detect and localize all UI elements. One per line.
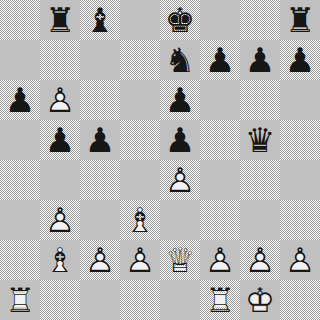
piece-white-pawn[interactable]: ♟♙ bbox=[40, 80, 80, 120]
black-pawn-icon: ♟ bbox=[200, 40, 240, 80]
white-pawn-icon: ♙ bbox=[80, 240, 120, 280]
square-d3[interactable]: ♝♗ bbox=[120, 200, 160, 240]
square-c7[interactable] bbox=[80, 40, 120, 80]
black-rook-icon: ♜ bbox=[280, 0, 320, 40]
square-f8[interactable] bbox=[200, 0, 240, 40]
square-d1[interactable] bbox=[120, 280, 160, 320]
white-pawn-icon: ♙ bbox=[160, 160, 200, 200]
square-a4[interactable] bbox=[0, 160, 40, 200]
square-a7[interactable] bbox=[0, 40, 40, 80]
white-pawn-icon: ♙ bbox=[120, 240, 160, 280]
square-d5[interactable] bbox=[120, 120, 160, 160]
square-a2[interactable] bbox=[0, 240, 40, 280]
square-b5[interactable]: ♟ bbox=[40, 120, 80, 160]
piece-black-queen[interactable]: ♛ bbox=[240, 120, 280, 160]
square-d6[interactable] bbox=[120, 80, 160, 120]
piece-black-rook[interactable]: ♜ bbox=[280, 0, 320, 40]
square-f1[interactable]: ♜♖ bbox=[200, 280, 240, 320]
square-c6[interactable] bbox=[80, 80, 120, 120]
piece-white-pawn[interactable]: ♟♙ bbox=[80, 240, 120, 280]
black-pawn-icon: ♟ bbox=[160, 80, 200, 120]
square-e4[interactable]: ♟♙ bbox=[160, 160, 200, 200]
square-b6[interactable]: ♟♙ bbox=[40, 80, 80, 120]
black-pawn-icon: ♟ bbox=[80, 120, 120, 160]
square-h4[interactable] bbox=[280, 160, 320, 200]
square-e5[interactable]: ♟ bbox=[160, 120, 200, 160]
piece-black-knight[interactable]: ♞ bbox=[160, 40, 200, 80]
piece-black-pawn[interactable]: ♟ bbox=[0, 80, 40, 120]
piece-white-rook[interactable]: ♜♖ bbox=[0, 280, 40, 320]
square-g4[interactable] bbox=[240, 160, 280, 200]
white-bishop-icon: ♗ bbox=[40, 240, 80, 280]
chess-app-window: ♜♝♚♜♞♟♟♟♟♟♙♟♟♟♟♛♟♙♟♙♝♗♝♗♟♙♟♙♛♕♟♙♟♙♟♙♜♖♜♖… bbox=[0, 0, 320, 320]
square-g2[interactable]: ♟♙ bbox=[240, 240, 280, 280]
black-pawn-icon: ♟ bbox=[0, 80, 40, 120]
square-b7[interactable] bbox=[40, 40, 80, 80]
square-d2[interactable]: ♟♙ bbox=[120, 240, 160, 280]
piece-black-rook[interactable]: ♜ bbox=[40, 0, 80, 40]
square-a1[interactable]: ♜♖ bbox=[0, 280, 40, 320]
square-e6[interactable]: ♟ bbox=[160, 80, 200, 120]
square-e3[interactable] bbox=[160, 200, 200, 240]
white-king-icon: ♔ bbox=[240, 280, 280, 320]
square-c4[interactable] bbox=[80, 160, 120, 200]
piece-black-pawn[interactable]: ♟ bbox=[240, 40, 280, 80]
black-pawn-icon: ♟ bbox=[160, 120, 200, 160]
square-h3[interactable] bbox=[280, 200, 320, 240]
chess-board: ♜♝♚♜♞♟♟♟♟♟♙♟♟♟♟♛♟♙♟♙♝♗♝♗♟♙♟♙♛♕♟♙♟♙♟♙♜♖♜♖… bbox=[0, 0, 320, 320]
piece-white-bishop[interactable]: ♝♗ bbox=[120, 200, 160, 240]
square-b2[interactable]: ♝♗ bbox=[40, 240, 80, 280]
piece-black-pawn[interactable]: ♟ bbox=[200, 40, 240, 80]
square-h7[interactable]: ♟ bbox=[280, 40, 320, 80]
square-e2[interactable]: ♛♕ bbox=[160, 240, 200, 280]
piece-black-pawn[interactable]: ♟ bbox=[160, 120, 200, 160]
square-e8[interactable]: ♚ bbox=[160, 0, 200, 40]
square-c1[interactable] bbox=[80, 280, 120, 320]
square-b4[interactable] bbox=[40, 160, 80, 200]
black-knight-icon: ♞ bbox=[160, 40, 200, 80]
square-a3[interactable] bbox=[0, 200, 40, 240]
square-f7[interactable]: ♟ bbox=[200, 40, 240, 80]
piece-black-bishop[interactable]: ♝ bbox=[80, 0, 120, 40]
piece-black-pawn[interactable]: ♟ bbox=[40, 120, 80, 160]
piece-white-king[interactable]: ♚♔ bbox=[240, 280, 280, 320]
square-g8[interactable] bbox=[240, 0, 280, 40]
white-pawn-icon: ♙ bbox=[280, 240, 320, 280]
square-h8[interactable]: ♜ bbox=[280, 0, 320, 40]
black-queen-icon: ♛ bbox=[240, 120, 280, 160]
white-pawn-icon: ♙ bbox=[40, 200, 80, 240]
black-king-icon: ♚ bbox=[160, 0, 200, 40]
square-e1[interactable] bbox=[160, 280, 200, 320]
square-f3[interactable] bbox=[200, 200, 240, 240]
square-a5[interactable] bbox=[0, 120, 40, 160]
piece-white-pawn[interactable]: ♟♙ bbox=[40, 200, 80, 240]
square-e7[interactable]: ♞ bbox=[160, 40, 200, 80]
square-c3[interactable] bbox=[80, 200, 120, 240]
square-b8[interactable]: ♜ bbox=[40, 0, 80, 40]
white-rook-icon: ♖ bbox=[0, 280, 40, 320]
black-pawn-icon: ♟ bbox=[240, 40, 280, 80]
piece-white-bishop[interactable]: ♝♗ bbox=[40, 240, 80, 280]
white-bishop-icon: ♗ bbox=[120, 200, 160, 240]
white-rook-icon: ♖ bbox=[200, 280, 240, 320]
square-a8[interactable] bbox=[0, 0, 40, 40]
square-a6[interactable]: ♟ bbox=[0, 80, 40, 120]
piece-white-queen[interactable]: ♛♕ bbox=[160, 240, 200, 280]
white-pawn-icon: ♙ bbox=[200, 240, 240, 280]
square-d4[interactable] bbox=[120, 160, 160, 200]
square-c5[interactable]: ♟ bbox=[80, 120, 120, 160]
square-h6[interactable] bbox=[280, 80, 320, 120]
piece-white-pawn[interactable]: ♟♙ bbox=[280, 240, 320, 280]
square-d7[interactable] bbox=[120, 40, 160, 80]
square-c2[interactable]: ♟♙ bbox=[80, 240, 120, 280]
square-b1[interactable] bbox=[40, 280, 80, 320]
square-f4[interactable] bbox=[200, 160, 240, 200]
piece-black-pawn[interactable]: ♟ bbox=[80, 120, 120, 160]
square-f6[interactable] bbox=[200, 80, 240, 120]
piece-white-pawn[interactable]: ♟♙ bbox=[240, 240, 280, 280]
white-pawn-icon: ♙ bbox=[40, 80, 80, 120]
square-d8[interactable] bbox=[120, 0, 160, 40]
white-pawn-icon: ♙ bbox=[240, 240, 280, 280]
square-c8[interactable]: ♝ bbox=[80, 0, 120, 40]
square-b3[interactable]: ♟♙ bbox=[40, 200, 80, 240]
black-pawn-icon: ♟ bbox=[280, 40, 320, 80]
square-f2[interactable]: ♟♙ bbox=[200, 240, 240, 280]
square-h2[interactable]: ♟♙ bbox=[280, 240, 320, 280]
piece-white-pawn[interactable]: ♟♙ bbox=[160, 160, 200, 200]
white-queen-icon: ♕ bbox=[160, 240, 200, 280]
square-g1[interactable]: ♚♔ bbox=[240, 280, 280, 320]
square-h5[interactable] bbox=[280, 120, 320, 160]
piece-white-pawn[interactable]: ♟♙ bbox=[120, 240, 160, 280]
piece-black-pawn[interactable]: ♟ bbox=[160, 80, 200, 120]
square-f5[interactable] bbox=[200, 120, 240, 160]
square-g6[interactable] bbox=[240, 80, 280, 120]
black-pawn-icon: ♟ bbox=[40, 120, 80, 160]
black-rook-icon: ♜ bbox=[40, 0, 80, 40]
piece-black-pawn[interactable]: ♟ bbox=[280, 40, 320, 80]
square-h1[interactable] bbox=[280, 280, 320, 320]
square-g3[interactable] bbox=[240, 200, 280, 240]
square-g7[interactable]: ♟ bbox=[240, 40, 280, 80]
square-g5[interactable]: ♛ bbox=[240, 120, 280, 160]
black-bishop-icon: ♝ bbox=[80, 0, 120, 40]
piece-white-rook[interactable]: ♜♖ bbox=[200, 280, 240, 320]
piece-black-king[interactable]: ♚ bbox=[160, 0, 200, 40]
piece-white-pawn[interactable]: ♟♙ bbox=[200, 240, 240, 280]
